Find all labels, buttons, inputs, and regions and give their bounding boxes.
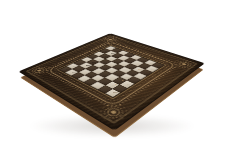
square-c8: ♝ — [93, 51, 105, 56]
black-bishop-icon: ♝ — [91, 39, 106, 56]
black-pawn-icon: ♟ — [87, 51, 99, 64]
black-pawn-icon: ♟ — [105, 43, 116, 55]
chess-set-photo: ♜♟♟♜♞♟♟♞♝♟♟♝♛♟♟♛♚♟♟♚♝♟♟♝♞♟♟♞♜♟♟♜ — [0, 0, 240, 150]
black-rook-icon: ♜ — [105, 37, 117, 50]
black-queen-icon: ♛ — [84, 39, 102, 59]
square-d6 — [99, 59, 112, 65]
black-knight-icon: ♞ — [98, 38, 111, 53]
square-d7: ♟ — [93, 56, 105, 62]
square-e7: ♟ — [86, 59, 99, 65]
scene-tilt: ♜♟♟♜♞♟♟♞♝♟♟♝♛♟♟♛♚♟♟♚♝♟♟♝♞♟♟♞♜♟♟♜ — [0, 0, 240, 150]
square-e6 — [92, 62, 105, 68]
board-surface: ♜♟♟♜♞♟♟♞♝♟♟♝♛♟♟♛♚♟♟♚♝♟♟♝♞♟♟♞♜♟♟♜ — [18, 33, 204, 130]
black-pawn-icon: ♟ — [93, 48, 104, 61]
black-pawn-icon: ♟ — [99, 45, 110, 57]
chess-board: ♜♟♟♜♞♟♟♞♝♟♟♝♛♟♟♛♚♟♟♚♝♟♟♝♞♟♟♞♜♟♟♜ — [18, 33, 204, 130]
square-c6 — [105, 56, 117, 62]
white-rook-icon: ♜ — [105, 78, 121, 96]
square-a7: ♟ — [111, 48, 123, 53]
square-d8: ♛ — [87, 54, 99, 59]
square-b7: ♟ — [105, 51, 117, 56]
perspective-scene: ♜♟♟♜♞♟♟♞♝♟♟♝♛♟♟♛♚♟♟♚♝♟♟♝♞♟♟♞♜♟♟♜ — [43, 0, 181, 136]
square-a8: ♜ — [105, 46, 116, 51]
square-c7: ♟ — [99, 54, 111, 59]
black-pawn-icon: ♟ — [111, 40, 122, 52]
square-b8: ♞ — [99, 49, 111, 54]
